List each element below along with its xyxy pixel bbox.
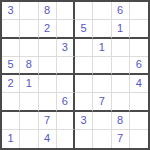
- empty-cell-r2c4[interactable]: [57, 20, 75, 38]
- empty-cell-r5c4[interactable]: [57, 75, 75, 93]
- empty-cell-r1c4[interactable]: [57, 2, 75, 20]
- empty-cell-r8c6[interactable]: [93, 130, 111, 148]
- given-digit-r3c4[interactable]: 3: [57, 39, 75, 57]
- empty-cell-r3c3[interactable]: [39, 39, 57, 57]
- empty-cell-r3c7[interactable]: [112, 39, 130, 57]
- given-digit-r2c7[interactable]: 1: [112, 20, 130, 38]
- given-digit-r5c8[interactable]: 4: [130, 75, 148, 93]
- empty-cell-r8c8[interactable]: [130, 130, 148, 148]
- given-digit-r4c8[interactable]: 6: [130, 57, 148, 75]
- empty-cell-r6c7[interactable]: [112, 93, 130, 111]
- empty-cell-r4c5[interactable]: [75, 57, 93, 75]
- given-digit-r7c3[interactable]: 7: [39, 112, 57, 130]
- given-digit-r1c3[interactable]: 8: [39, 2, 57, 20]
- empty-cell-r3c8[interactable]: [130, 39, 148, 57]
- given-digit-r4c1[interactable]: 5: [2, 57, 20, 75]
- empty-cell-r2c2[interactable]: [20, 20, 38, 38]
- empty-cell-r8c4[interactable]: [57, 130, 75, 148]
- empty-cell-r4c4[interactable]: [57, 57, 75, 75]
- empty-cell-r2c8[interactable]: [130, 20, 148, 38]
- given-digit-r5c2[interactable]: 1: [20, 75, 38, 93]
- empty-cell-r8c5[interactable]: [75, 130, 93, 148]
- given-digit-r2c5[interactable]: 5: [75, 20, 93, 38]
- empty-cell-r7c1[interactable]: [2, 112, 20, 130]
- empty-cell-r7c2[interactable]: [20, 112, 38, 130]
- empty-cell-r6c8[interactable]: [130, 93, 148, 111]
- empty-cell-r3c1[interactable]: [2, 39, 20, 57]
- empty-cell-r6c1[interactable]: [2, 93, 20, 111]
- given-digit-r8c7[interactable]: 7: [112, 130, 130, 148]
- given-digit-r7c5[interactable]: 3: [75, 112, 93, 130]
- empty-cell-r7c6[interactable]: [93, 112, 111, 130]
- given-digit-r6c6[interactable]: 7: [93, 93, 111, 111]
- empty-cell-r5c7[interactable]: [112, 75, 130, 93]
- given-digit-r1c1[interactable]: 3: [2, 2, 20, 20]
- given-digit-r4c2[interactable]: 8: [20, 57, 38, 75]
- empty-cell-r2c1[interactable]: [2, 20, 20, 38]
- empty-cell-r4c7[interactable]: [112, 57, 130, 75]
- empty-cell-r1c2[interactable]: [20, 2, 38, 20]
- given-digit-r1c7[interactable]: 6: [112, 2, 130, 20]
- empty-cell-r6c2[interactable]: [20, 93, 38, 111]
- empty-cell-r7c4[interactable]: [57, 112, 75, 130]
- given-digit-r5c1[interactable]: 2: [2, 75, 20, 93]
- given-digit-r6c4[interactable]: 6: [57, 93, 75, 111]
- empty-cell-r3c5[interactable]: [75, 39, 93, 57]
- given-digit-r8c1[interactable]: 1: [2, 130, 20, 148]
- empty-cell-r6c5[interactable]: [75, 93, 93, 111]
- given-digit-r2c3[interactable]: 2: [39, 20, 57, 38]
- sudoku-board: 3862513158621467738147: [0, 0, 150, 150]
- given-digit-r7c7[interactable]: 8: [112, 112, 130, 130]
- empty-cell-r6c3[interactable]: [39, 93, 57, 111]
- given-digit-r3c6[interactable]: 1: [93, 39, 111, 57]
- empty-cell-r5c6[interactable]: [93, 75, 111, 93]
- empty-cell-r7c8[interactable]: [130, 112, 148, 130]
- empty-cell-r8c2[interactable]: [20, 130, 38, 148]
- empty-cell-r3c2[interactable]: [20, 39, 38, 57]
- given-digit-r8c3[interactable]: 4: [39, 130, 57, 148]
- empty-cell-r5c5[interactable]: [75, 75, 93, 93]
- empty-cell-r2c6[interactable]: [93, 20, 111, 38]
- empty-cell-r4c3[interactable]: [39, 57, 57, 75]
- empty-cell-r1c5[interactable]: [75, 2, 93, 20]
- empty-cell-r1c6[interactable]: [93, 2, 111, 20]
- empty-cell-r1c8[interactable]: [130, 2, 148, 20]
- empty-cell-r5c3[interactable]: [39, 75, 57, 93]
- empty-cell-r4c6[interactable]: [93, 57, 111, 75]
